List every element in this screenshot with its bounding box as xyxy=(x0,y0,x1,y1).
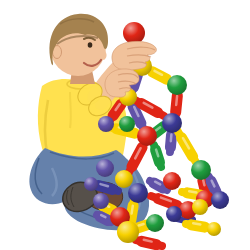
magnetic-ball-yellow xyxy=(192,199,208,215)
magnetic-rod-yellow xyxy=(132,206,133,214)
magnetic-ball-green xyxy=(119,116,135,132)
magnetic-ball-purple xyxy=(84,177,98,191)
magnetic-ball-yellow xyxy=(115,170,133,188)
magnetic-ball-blue xyxy=(166,206,182,222)
magnetic-ball-blue xyxy=(128,183,148,203)
magnetic-ball-yellow xyxy=(207,222,221,236)
magnetic-ball-yellow xyxy=(117,221,139,243)
magnetic-rod-red xyxy=(144,240,152,242)
magnetic-ball-green xyxy=(146,214,164,232)
magnetic-rod-yellow xyxy=(139,224,144,226)
magnetic-ball-red xyxy=(163,172,181,190)
magnetic-ball-blue xyxy=(211,191,229,209)
magnetic-rod-yellow xyxy=(193,223,200,224)
magnetic-ball-blue xyxy=(162,113,182,133)
magnetic-ball-red xyxy=(137,126,157,146)
boy-eye xyxy=(88,42,93,48)
magnetic-ball-green xyxy=(191,160,211,180)
magnetic-ball-red xyxy=(123,22,145,44)
magnetic-rod-red xyxy=(176,96,177,105)
magnetic-rod-purple xyxy=(171,135,172,142)
magnetic-ball-purple xyxy=(93,193,109,209)
product-photo xyxy=(0,0,250,250)
scene-svg xyxy=(0,0,250,250)
magnetic-ball-purple xyxy=(96,159,114,177)
magnetic-rod-yellow xyxy=(189,191,196,192)
magnetic-rod-red xyxy=(203,180,204,185)
magnetic-ball-green xyxy=(167,75,187,95)
magnetic-ball-purple xyxy=(98,116,114,132)
shirt-fold-chest xyxy=(70,92,71,128)
